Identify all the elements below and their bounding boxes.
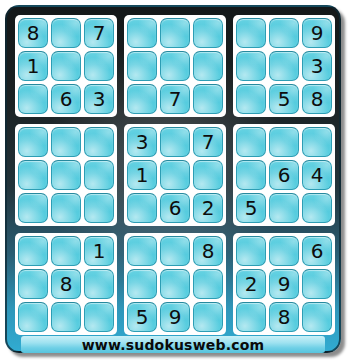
cell-r3c5[interactable]: 7 [160, 84, 190, 114]
cell-r8c4[interactable] [127, 269, 157, 299]
cell-r9c4[interactable]: 5 [127, 302, 157, 332]
cell-r9c8[interactable]: 8 [269, 302, 299, 332]
cell-r2c4[interactable] [127, 51, 157, 81]
cell-r6c7[interactable]: 5 [236, 193, 266, 223]
site-link[interactable]: www.sudokusweb.com [82, 337, 265, 353]
cell-r6c3[interactable] [84, 193, 114, 223]
cell-r1c5[interactable] [160, 18, 190, 48]
cell-r1c1[interactable]: 8 [18, 18, 48, 48]
cell-r2c1[interactable]: 1 [18, 51, 48, 81]
box-1-1: 87163 [15, 15, 117, 117]
cell-r5c8[interactable]: 6 [269, 160, 299, 190]
cell-r8c9[interactable] [302, 269, 332, 299]
cell-r7c8[interactable] [269, 236, 299, 266]
cell-r4c7[interactable] [236, 127, 266, 157]
cell-r1c6[interactable] [193, 18, 223, 48]
cell-r3c4[interactable] [127, 84, 157, 114]
cell-r5c6[interactable] [193, 160, 223, 190]
cell-r7c9[interactable]: 6 [302, 236, 332, 266]
cell-r6c4[interactable] [127, 193, 157, 223]
cell-r5c2[interactable] [51, 160, 81, 190]
cell-r9c6[interactable] [193, 302, 223, 332]
cell-r6c1[interactable] [18, 193, 48, 223]
cell-r3c6[interactable] [193, 84, 223, 114]
sudoku-frame: 871637935837162645188596298 www.sudokusw… [5, 5, 341, 353]
sudoku-board: 871637935837162645188596298 [15, 15, 335, 335]
cell-r7c3[interactable]: 1 [84, 236, 114, 266]
cell-r7c7[interactable] [236, 236, 266, 266]
cell-r2c5[interactable] [160, 51, 190, 81]
cell-r5c5[interactable] [160, 160, 190, 190]
cell-r6c2[interactable] [51, 193, 81, 223]
cell-r6c8[interactable] [269, 193, 299, 223]
cell-r4c9[interactable] [302, 127, 332, 157]
cell-r3c1[interactable] [18, 84, 48, 114]
cell-r7c1[interactable] [18, 236, 48, 266]
cell-r9c9[interactable] [302, 302, 332, 332]
box-2-1 [15, 124, 117, 226]
cell-r1c7[interactable] [236, 18, 266, 48]
footer-band: www.sudokusweb.com [21, 336, 325, 353]
cell-r1c4[interactable] [127, 18, 157, 48]
box-3-1: 18 [15, 233, 117, 335]
box-3-3: 6298 [233, 233, 335, 335]
cell-r2c3[interactable] [84, 51, 114, 81]
cell-r3c8[interactable]: 5 [269, 84, 299, 114]
cell-r3c3[interactable]: 3 [84, 84, 114, 114]
cell-r5c1[interactable] [18, 160, 48, 190]
cell-r9c1[interactable] [18, 302, 48, 332]
cell-r3c9[interactable]: 8 [302, 84, 332, 114]
cell-r4c3[interactable] [84, 127, 114, 157]
cell-r4c1[interactable] [18, 127, 48, 157]
cell-r5c9[interactable]: 4 [302, 160, 332, 190]
cell-r7c5[interactable] [160, 236, 190, 266]
cell-r5c3[interactable] [84, 160, 114, 190]
cell-r6c5[interactable]: 6 [160, 193, 190, 223]
cell-r2c7[interactable] [236, 51, 266, 81]
cell-r2c9[interactable]: 3 [302, 51, 332, 81]
cell-r8c7[interactable]: 2 [236, 269, 266, 299]
cell-r4c8[interactable] [269, 127, 299, 157]
cell-r1c2[interactable] [51, 18, 81, 48]
cell-r9c7[interactable] [236, 302, 266, 332]
cell-r3c2[interactable]: 6 [51, 84, 81, 114]
cell-r8c1[interactable] [18, 269, 48, 299]
box-2-3: 645 [233, 124, 335, 226]
cell-r7c6[interactable]: 8 [193, 236, 223, 266]
cell-r4c4[interactable]: 3 [127, 127, 157, 157]
cell-r8c8[interactable]: 9 [269, 269, 299, 299]
cell-r9c5[interactable]: 9 [160, 302, 190, 332]
cell-r8c3[interactable] [84, 269, 114, 299]
cell-r5c7[interactable] [236, 160, 266, 190]
cell-r7c2[interactable] [51, 236, 81, 266]
cell-r3c7[interactable] [236, 84, 266, 114]
cell-r7c4[interactable] [127, 236, 157, 266]
cell-r1c9[interactable]: 9 [302, 18, 332, 48]
cell-r1c8[interactable] [269, 18, 299, 48]
cell-r4c2[interactable] [51, 127, 81, 157]
box-3-2: 859 [124, 233, 226, 335]
cell-r6c9[interactable] [302, 193, 332, 223]
cell-r8c5[interactable] [160, 269, 190, 299]
cell-r2c2[interactable] [51, 51, 81, 81]
box-1-3: 9358 [233, 15, 335, 117]
cell-r4c6[interactable]: 7 [193, 127, 223, 157]
cell-r4c5[interactable] [160, 127, 190, 157]
cell-r6c6[interactable]: 2 [193, 193, 223, 223]
cell-r8c2[interactable]: 8 [51, 269, 81, 299]
box-1-2: 7 [124, 15, 226, 117]
cell-r9c2[interactable] [51, 302, 81, 332]
box-2-2: 37162 [124, 124, 226, 226]
cell-r9c3[interactable] [84, 302, 114, 332]
cell-r2c8[interactable] [269, 51, 299, 81]
cell-r1c3[interactable]: 7 [84, 18, 114, 48]
cell-r2c6[interactable] [193, 51, 223, 81]
cell-r8c6[interactable] [193, 269, 223, 299]
cell-r5c4[interactable]: 1 [127, 160, 157, 190]
